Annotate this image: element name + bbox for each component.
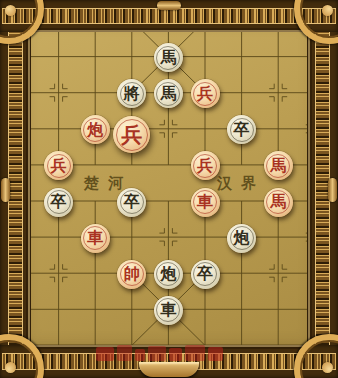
piece-glyph: 卒 xyxy=(51,194,67,210)
piece-glyph: 馬 xyxy=(270,157,286,173)
xiangqi-board[interactable]: 楚河 汉界 馬將馬兵炮兵卒兵兵馬卒卒車馬車炮帥炮卒車 xyxy=(20,17,318,351)
pieces-layer: 馬將馬兵炮兵卒兵兵馬卒卒車馬車炮帥炮卒車 xyxy=(20,17,318,351)
piece-black-soldier[interactable]: 卒 xyxy=(117,188,146,217)
frame-bottom-ornament xyxy=(139,362,199,377)
frame-side-knob xyxy=(1,178,10,202)
frame-corner-ornament xyxy=(0,0,50,50)
piece-black-cannon[interactable]: 炮 xyxy=(154,260,183,289)
frame-meander-pattern xyxy=(8,2,23,376)
frame-meander-pattern xyxy=(2,8,336,24)
piece-black-soldier[interactable]: 卒 xyxy=(227,115,256,144)
piece-red-soldier[interactable]: 兵 xyxy=(44,151,73,180)
piece-glyph: 帥 xyxy=(124,266,140,282)
piece-red-general[interactable]: 帥 xyxy=(117,260,146,289)
frame-corner-ornament xyxy=(288,328,338,378)
piece-glyph: 炮 xyxy=(87,121,103,137)
frame-corner-ornament xyxy=(288,0,338,50)
xiangqi-app: 楚河 汉界 馬將馬兵炮兵卒兵兵馬卒卒車馬車炮帥炮卒車 xyxy=(0,0,338,378)
piece-red-cannon[interactable]: 炮 xyxy=(81,115,110,144)
piece-glyph: 車 xyxy=(160,302,176,318)
piece-black-general[interactable]: 將 xyxy=(117,79,146,108)
piece-red-horse[interactable]: 馬 xyxy=(264,151,293,180)
piece-red-soldier[interactable]: 兵 xyxy=(191,79,220,108)
piece-black-soldier[interactable]: 卒 xyxy=(191,260,220,289)
piece-glyph: 馬 xyxy=(160,85,176,101)
piece-red-soldier[interactable]: 兵 xyxy=(113,116,150,153)
piece-glyph: 兵 xyxy=(197,157,213,173)
piece-glyph: 兵 xyxy=(197,85,213,101)
piece-red-chariot[interactable]: 車 xyxy=(191,188,220,217)
piece-glyph: 炮 xyxy=(160,266,176,282)
piece-glyph: 車 xyxy=(197,194,213,210)
piece-glyph: 卒 xyxy=(234,121,250,137)
piece-red-chariot[interactable]: 車 xyxy=(81,224,110,253)
frame-side-knob xyxy=(157,1,181,10)
piece-glyph: 車 xyxy=(87,230,103,246)
frame-corner-ornament xyxy=(0,328,50,378)
piece-black-soldier[interactable]: 卒 xyxy=(44,188,73,217)
piece-glyph: 馬 xyxy=(270,194,286,210)
piece-glyph: 兵 xyxy=(121,124,142,145)
piece-red-soldier[interactable]: 兵 xyxy=(191,151,220,180)
piece-glyph: 馬 xyxy=(160,49,176,65)
piece-glyph: 炮 xyxy=(234,230,250,246)
frame-side-knob xyxy=(328,178,337,202)
piece-glyph: 卒 xyxy=(124,194,140,210)
piece-black-cannon[interactable]: 炮 xyxy=(227,224,256,253)
piece-black-chariot[interactable]: 車 xyxy=(154,296,183,325)
piece-black-horse[interactable]: 馬 xyxy=(154,43,183,72)
piece-glyph: 卒 xyxy=(197,266,213,282)
piece-red-horse[interactable]: 馬 xyxy=(264,188,293,217)
piece-glyph: 將 xyxy=(124,85,140,101)
piece-black-horse[interactable]: 馬 xyxy=(154,79,183,108)
piece-glyph: 兵 xyxy=(51,157,67,173)
